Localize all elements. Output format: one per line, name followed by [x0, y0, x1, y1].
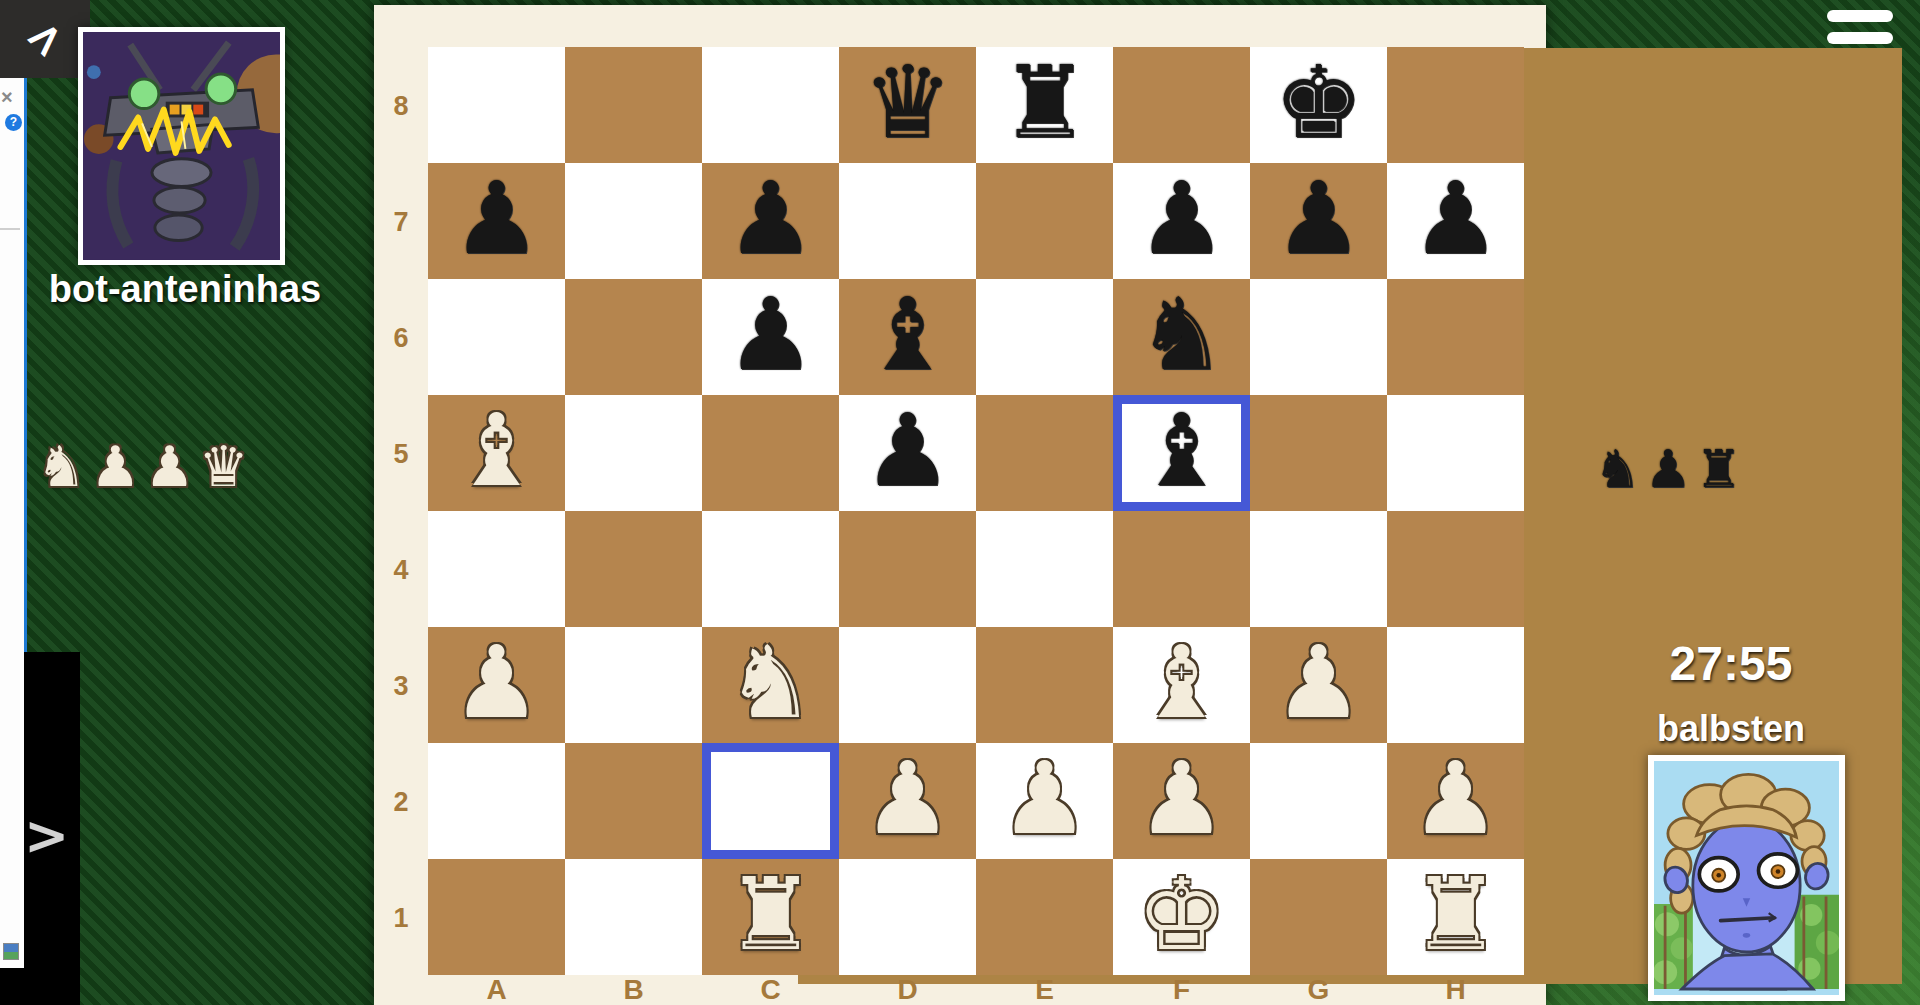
file-label-g: G [1250, 974, 1387, 1005]
rank-label-2: 2 [374, 787, 428, 818]
bottom-player-name: balbsten [1640, 708, 1822, 750]
square-d8[interactable]: ♛ [839, 47, 976, 163]
bottom-left-panel [0, 968, 24, 1005]
black-piece-P-a7[interactable]: ♟ [428, 163, 565, 275]
square-b1[interactable] [565, 859, 702, 975]
square-g2[interactable] [1250, 743, 1387, 859]
white-piece-K-f1[interactable]: ♚ [1113, 859, 1250, 971]
file-label-h: H [1387, 974, 1524, 1005]
square-e8[interactable]: ♜ [976, 47, 1113, 163]
captured-white-Q: ♛ [197, 438, 251, 496]
square-e7[interactable] [976, 163, 1113, 279]
square-e6[interactable] [976, 279, 1113, 395]
square-b6[interactable] [565, 279, 702, 395]
square-g8[interactable]: ♚ [1250, 47, 1387, 163]
square-b8[interactable] [565, 47, 702, 163]
rank-label-1: 1 [374, 903, 428, 934]
square-f7[interactable]: ♟ [1113, 163, 1250, 279]
square-g7[interactable]: ♟ [1250, 163, 1387, 279]
white-piece-B-f3[interactable]: ♝ [1113, 627, 1250, 739]
white-piece-R-c1[interactable]: ♜ [702, 859, 839, 971]
square-h8[interactable] [1387, 47, 1524, 163]
square-b5[interactable] [565, 395, 702, 511]
square-c4[interactable] [702, 511, 839, 627]
white-piece-B-a5[interactable]: ♝ [428, 395, 565, 507]
expand-chevron-icon[interactable]: > [24, 804, 69, 867]
rank-label-4: 4 [374, 555, 428, 586]
captured-white-P: ♟ [88, 438, 142, 496]
file-label-b: B [565, 974, 702, 1005]
chess-game-screen: 87654321 ABCDEFGH ♛♜♚♟♟♟♟♟♟♝♞♝♟♝♟♞♝♟♟♟♟♟… [0, 0, 1920, 1005]
square-b2[interactable] [565, 743, 702, 859]
bottom-player-clock: 27:55 [1640, 636, 1822, 691]
rank-label-5: 5 [374, 439, 428, 470]
black-piece-B-d6[interactable]: ♝ [839, 279, 976, 391]
file-labels: ABCDEFGH [428, 972, 1524, 1005]
captured-white-N: ♞ [34, 438, 88, 496]
captured-by-top-tray: ♞♟♟♛ [34, 438, 251, 496]
hamburger-menu-icon[interactable] [1827, 10, 1893, 45]
square-b4[interactable] [565, 511, 702, 627]
square-g1[interactable] [1250, 859, 1387, 975]
black-piece-Q-d8[interactable]: ♛ [839, 47, 976, 159]
square-c7[interactable]: ♟ [702, 163, 839, 279]
corner-collapse-button[interactable]: > [0, 0, 90, 78]
bottom-player-avatar [1648, 755, 1845, 1001]
square-d6[interactable]: ♝ [839, 279, 976, 395]
square-a8[interactable] [428, 47, 565, 163]
captured-black-R: ♜ [1693, 442, 1744, 496]
file-label-a: A [428, 974, 565, 1005]
square-f2[interactable]: ♟ [1113, 743, 1250, 859]
top-player-avatar [78, 27, 285, 265]
square-f5[interactable]: ♝ [1113, 395, 1250, 511]
square-f8[interactable] [1113, 47, 1250, 163]
file-label-d: D [839, 974, 976, 1005]
rank-label-6: 6 [374, 323, 428, 354]
rank-label-3: 3 [374, 671, 428, 702]
divider [0, 228, 20, 230]
square-f4[interactable] [1113, 511, 1250, 627]
file-label-c: C [702, 974, 839, 1005]
captured-black-P: ♟ [1643, 442, 1694, 496]
collapsed-side-panel: > [24, 652, 80, 1005]
thumbnail-icon[interactable] [3, 943, 19, 960]
white-piece-P-e2[interactable]: ♟ [976, 743, 1113, 855]
black-piece-P-c7[interactable]: ♟ [702, 163, 839, 275]
rank-label-8: 8 [374, 91, 428, 122]
square-f1[interactable]: ♚ [1113, 859, 1250, 975]
square-g6[interactable] [1250, 279, 1387, 395]
square-g4[interactable] [1250, 511, 1387, 627]
square-e1[interactable] [976, 859, 1113, 975]
file-label-e: E [976, 974, 1113, 1005]
black-piece-P-g7[interactable]: ♟ [1250, 163, 1387, 275]
square-f3[interactable]: ♝ [1113, 627, 1250, 743]
square-g5[interactable] [1250, 395, 1387, 511]
black-piece-P-c6[interactable]: ♟ [702, 279, 839, 391]
square-c2[interactable] [702, 743, 839, 859]
square-h7[interactable]: ♟ [1387, 163, 1524, 279]
browser-edge-panel[interactable]: × ? [0, 78, 27, 968]
file-label-f: F [1113, 974, 1250, 1005]
chess-board[interactable]: ♛♜♚♟♟♟♟♟♟♝♞♝♟♝♟♞♝♟♟♟♟♟♜♚♜ [428, 47, 1524, 975]
square-d3[interactable] [839, 627, 976, 743]
square-d2[interactable]: ♟ [839, 743, 976, 859]
square-h1[interactable]: ♜ [1387, 859, 1524, 975]
help-icon[interactable]: ? [5, 114, 22, 131]
square-a2[interactable] [428, 743, 565, 859]
menu-bar [1827, 32, 1893, 44]
alien-avatar-image [1654, 761, 1839, 995]
white-piece-P-a3[interactable]: ♟ [428, 627, 565, 739]
square-d1[interactable] [839, 859, 976, 975]
square-b3[interactable] [565, 627, 702, 743]
square-a1[interactable] [428, 859, 565, 975]
square-e5[interactable] [976, 395, 1113, 511]
rank-labels: 87654321 [374, 47, 428, 975]
black-piece-K-g8[interactable]: ♚ [1250, 47, 1387, 159]
square-f6[interactable]: ♞ [1113, 279, 1250, 395]
square-c6[interactable]: ♟ [702, 279, 839, 395]
black-piece-B-f5[interactable]: ♝ [1113, 395, 1250, 507]
white-piece-P-h2[interactable]: ♟ [1387, 743, 1524, 855]
black-piece-N-f6[interactable]: ♞ [1113, 279, 1250, 391]
captured-by-bottom-tray: ♞♟♜ [1592, 442, 1744, 496]
black-piece-P-d5[interactable]: ♟ [839, 395, 976, 507]
square-e4[interactable] [976, 511, 1113, 627]
square-h4[interactable] [1387, 511, 1524, 627]
square-d5[interactable]: ♟ [839, 395, 976, 511]
square-h6[interactable] [1387, 279, 1524, 395]
square-e2[interactable]: ♟ [976, 743, 1113, 859]
square-c5[interactable] [702, 395, 839, 511]
square-c1[interactable]: ♜ [702, 859, 839, 975]
captured-white-P: ♟ [142, 438, 196, 496]
white-piece-P-g3[interactable]: ♟ [1250, 627, 1387, 739]
square-h3[interactable] [1387, 627, 1524, 743]
square-h2[interactable]: ♟ [1387, 743, 1524, 859]
square-a4[interactable] [428, 511, 565, 627]
black-piece-P-f7[interactable]: ♟ [1113, 163, 1250, 275]
square-a6[interactable] [428, 279, 565, 395]
captured-black-N: ♞ [1592, 442, 1643, 496]
square-c3[interactable]: ♞ [702, 627, 839, 743]
black-piece-P-h7[interactable]: ♟ [1387, 163, 1524, 275]
rank-label-7: 7 [374, 207, 428, 238]
white-piece-P-f2[interactable]: ♟ [1113, 743, 1250, 855]
close-icon[interactable]: × [1, 86, 13, 109]
white-piece-P-d2[interactable]: ♟ [839, 743, 976, 855]
black-piece-R-e8[interactable]: ♜ [976, 47, 1113, 159]
square-d7[interactable] [839, 163, 976, 279]
white-piece-N-c3[interactable]: ♞ [702, 627, 839, 739]
square-a7[interactable]: ♟ [428, 163, 565, 279]
white-piece-R-h1[interactable]: ♜ [1387, 859, 1524, 971]
robot-avatar-image [83, 32, 280, 260]
square-a5[interactable]: ♝ [428, 395, 565, 511]
chevron-up-right-icon: > [13, 6, 75, 68]
square-d4[interactable] [839, 511, 976, 627]
square-g3[interactable]: ♟ [1250, 627, 1387, 743]
top-player-name: bot-anteninhas [20, 268, 350, 311]
square-h5[interactable] [1387, 395, 1524, 511]
square-e3[interactable] [976, 627, 1113, 743]
square-b7[interactable] [565, 163, 702, 279]
menu-bar [1827, 10, 1893, 22]
square-a3[interactable]: ♟ [428, 627, 565, 743]
square-c8[interactable] [702, 47, 839, 163]
